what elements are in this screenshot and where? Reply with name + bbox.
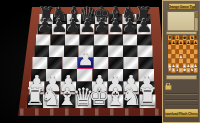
lock-icon[interactable] — [165, 85, 172, 90]
square-h1[interactable]: ♜ — [140, 95, 156, 109]
black-pawn[interactable]: ♟ — [136, 17, 152, 35]
square-e4[interactable] — [94, 57, 109, 69]
square-g4[interactable] — [124, 57, 139, 69]
square-d4[interactable]: ♟ — [77, 57, 94, 69]
square-e6[interactable] — [94, 35, 108, 46]
square-c6[interactable] — [65, 35, 79, 46]
move-list[interactable] — [167, 12, 195, 32]
square-b7[interactable]: ♟ — [52, 24, 66, 35]
square-a6[interactable] — [36, 35, 50, 46]
square-d6[interactable] — [79, 35, 93, 46]
white-pawn[interactable]: ♟ — [77, 50, 93, 68]
white-rook[interactable]: ♜ — [137, 84, 159, 108]
square-h7[interactable]: ♟ — [137, 24, 151, 35]
square-g6[interactable] — [123, 35, 137, 46]
square-b4[interactable] — [48, 57, 63, 69]
mini-white-rook: ♜ — [194, 68, 198, 72]
square-c4[interactable] — [62, 57, 77, 69]
square-h5[interactable] — [138, 46, 153, 58]
square-d7[interactable]: ♟ — [80, 24, 94, 35]
groove-line — [165, 99, 198, 101]
square-e7[interactable]: ♟ — [94, 24, 108, 35]
square-b6[interactable] — [51, 35, 65, 46]
square-g5[interactable] — [123, 46, 138, 58]
mini-board-2d: ♜♞♝♛♚♝♞♜♟♟♟♟♟♟♟♟♟♟♟♟♟♟♟♟♜♞♝♛♚♝♞♜ — [168, 35, 199, 73]
square-h6[interactable] — [137, 35, 151, 46]
square-h4[interactable] — [138, 57, 153, 69]
download-button[interactable]: Download Flash Chess 3 — [165, 109, 199, 118]
square-a5[interactable] — [34, 46, 49, 58]
square-b5[interactable] — [49, 46, 64, 58]
move-list-scrollbar[interactable] — [195, 12, 199, 32]
square-e5[interactable] — [93, 46, 108, 58]
square-f7[interactable]: ♟ — [109, 24, 123, 35]
square-f5[interactable] — [108, 46, 123, 58]
square-a7[interactable]: ♟ — [38, 24, 52, 35]
square-f6[interactable] — [108, 35, 122, 46]
sidebar: Change Game Type ♜♞♝♛♚♝♞♜♟♟♟♟♟♟♟♟♟♟♟♟♟♟♟… — [162, 0, 200, 123]
panel-strip-bottom — [166, 75, 197, 80]
mini-square-h1: ♜ — [194, 68, 198, 73]
change-game-type-button[interactable]: Change Game Type — [169, 3, 196, 10]
square-f4[interactable] — [109, 57, 124, 69]
scene: ♜♞♝♛♚♝♞♜♟♟♟♟♟♟♟♟♟♟♟♟♟♟♟♟♜♞♝♛♚♝♞♜ Change … — [0, 0, 200, 123]
groove-line — [165, 105, 198, 107]
scrollbar-thumb[interactable] — [196, 13, 199, 19]
square-c7[interactable]: ♟ — [66, 24, 80, 35]
square-a4[interactable] — [33, 57, 48, 69]
groove-line — [165, 93, 198, 95]
square-g7[interactable]: ♟ — [123, 24, 137, 35]
